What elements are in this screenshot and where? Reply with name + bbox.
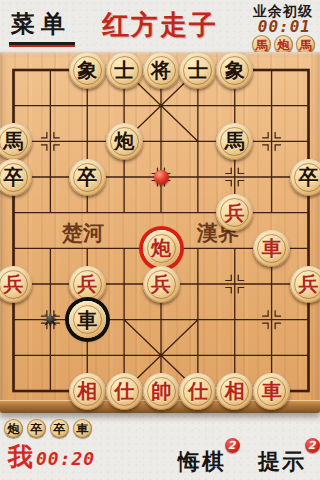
piece-character: 兵 [225, 203, 245, 223]
piece-black-chariot[interactable]: 車 [69, 301, 106, 338]
undo-label: 悔棋 [178, 449, 226, 474]
opponent-timer: 00:01 [258, 17, 311, 36]
undo-button[interactable]: 悔棋 2 [176, 447, 228, 480]
piece-character: 炮 [151, 238, 171, 258]
piece-red-elephant[interactable]: 相 [216, 373, 253, 410]
piece-character: 象 [225, 60, 245, 80]
red-move-origin-marker [154, 170, 169, 185]
piece-character: 馬 [225, 131, 245, 151]
hint-button[interactable]: 提示 2 [256, 447, 308, 480]
piece-black-cannon[interactable]: 炮 [106, 123, 143, 160]
piece-black-soldier[interactable]: 卒 [290, 159, 320, 196]
piece-character: 相 [77, 381, 97, 401]
piece-character: 車 [262, 238, 282, 258]
piece-character: 士 [114, 60, 134, 80]
piece-character: 相 [225, 381, 245, 401]
captured-piece-black: 卒 [50, 419, 69, 438]
piece-red-soldier[interactable]: 兵 [69, 266, 106, 303]
piece-character: 象 [77, 60, 97, 80]
piece-red-chariot[interactable]: 車 [253, 230, 290, 267]
piece-character: 卒 [299, 167, 319, 187]
piece-character: 兵 [77, 274, 97, 294]
piece-character: 馬 [4, 131, 24, 151]
piece-black-advisor[interactable]: 士 [106, 52, 143, 89]
me-label: 我 [8, 440, 33, 473]
my-timer: 00:20 [36, 448, 95, 469]
piece-red-soldier[interactable]: 兵 [143, 266, 180, 303]
captured-piece-black: 車 [73, 419, 92, 438]
menu-button[interactable]: 菜单 [9, 8, 75, 45]
piece-red-advisor[interactable]: 仕 [106, 373, 143, 410]
piece-black-elephant[interactable]: 象 [69, 52, 106, 89]
piece-red-cannon[interactable]: 炮 [143, 230, 180, 267]
undo-count-badge: 2 [225, 438, 240, 453]
app-screen: 菜单 红方走子 业余初级 00:01 馬炮馬 楚河 漢界 象士将士象馬炮馬卒卒卒… [0, 0, 320, 480]
piece-character: 炮 [114, 131, 134, 151]
piece-red-chariot[interactable]: 車 [253, 373, 290, 410]
piece-black-advisor[interactable]: 士 [179, 52, 216, 89]
piece-red-advisor[interactable]: 仕 [179, 373, 216, 410]
hint-label: 提示 [258, 449, 306, 474]
piece-character: 仕 [188, 381, 208, 401]
piece-character: 車 [77, 310, 97, 330]
piece-character: 帥 [151, 381, 171, 401]
piece-black-general[interactable]: 将 [143, 52, 180, 89]
hint-count-badge: 2 [305, 438, 320, 453]
piece-black-soldier[interactable]: 卒 [69, 159, 106, 196]
piece-red-elephant[interactable]: 相 [69, 373, 106, 410]
piece-character: 将 [151, 60, 171, 80]
turn-indicator: 红方走子 [102, 7, 218, 43]
piece-character: 仕 [114, 381, 134, 401]
piece-character: 兵 [151, 274, 171, 294]
my-clock-row: 我 00:20 [8, 440, 95, 473]
xiangqi-board[interactable]: 楚河 漢界 象士将士象馬炮馬卒卒卒兵炮車兵兵兵兵車相仕帥仕相車 [0, 52, 320, 413]
piece-character: 兵 [299, 274, 319, 294]
captured-piece-black: 卒 [27, 419, 46, 438]
river-left-label: 楚河 [62, 219, 128, 247]
black-move-origin-marker [42, 311, 59, 328]
piece-character: 兵 [4, 274, 24, 294]
piece-character: 卒 [77, 167, 97, 187]
piece-black-elephant[interactable]: 象 [216, 52, 253, 89]
captured-by-red-tray: 炮卒卒車 [4, 419, 92, 438]
captured-piece-black: 炮 [4, 419, 23, 438]
piece-black-horse[interactable]: 馬 [216, 123, 253, 160]
piece-character: 車 [262, 381, 282, 401]
piece-character: 卒 [4, 167, 24, 187]
piece-character: 士 [188, 60, 208, 80]
piece-red-soldier[interactable]: 兵 [290, 266, 320, 303]
piece-red-general[interactable]: 帥 [143, 373, 180, 410]
